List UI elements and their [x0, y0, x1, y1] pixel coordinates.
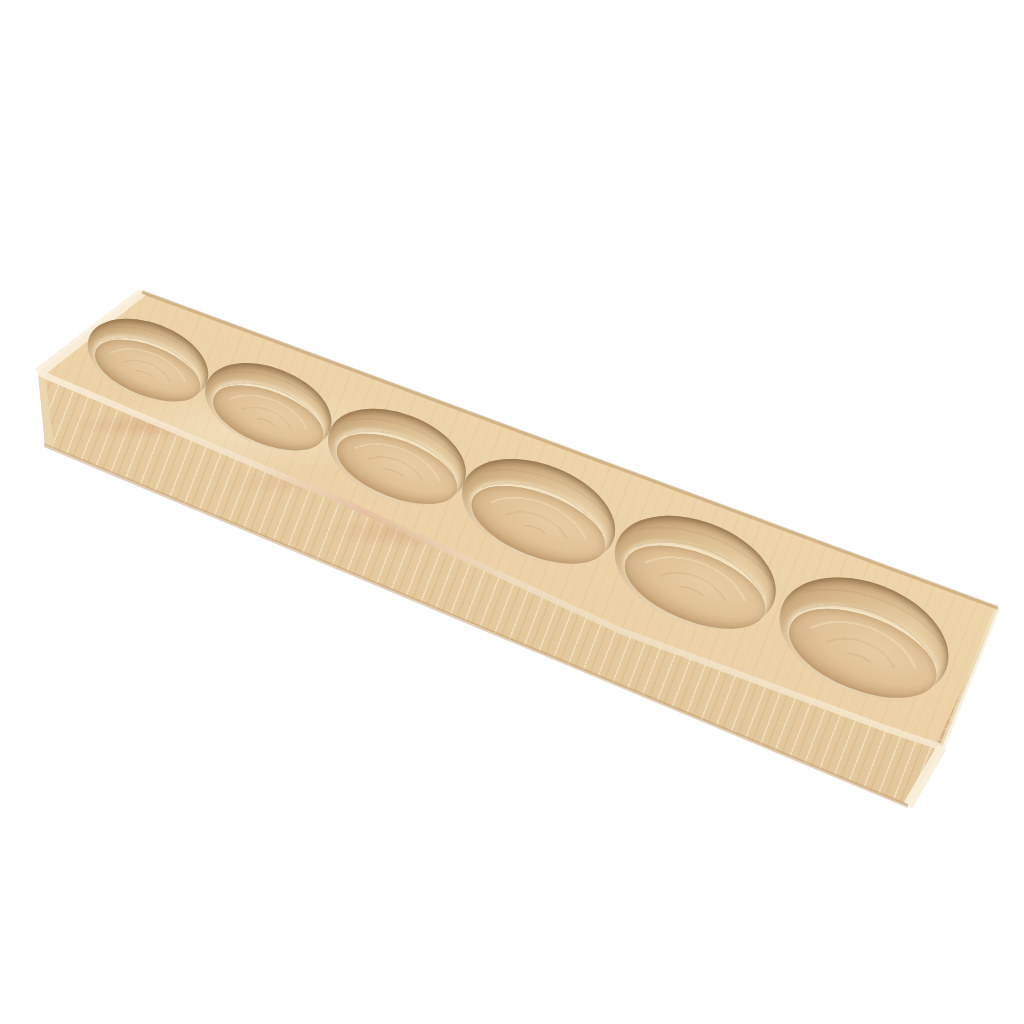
- pit-2[interactable]: [193, 346, 344, 466]
- pit-1[interactable]: [76, 303, 220, 418]
- mancala-board-photo: [0, 0, 1024, 1024]
